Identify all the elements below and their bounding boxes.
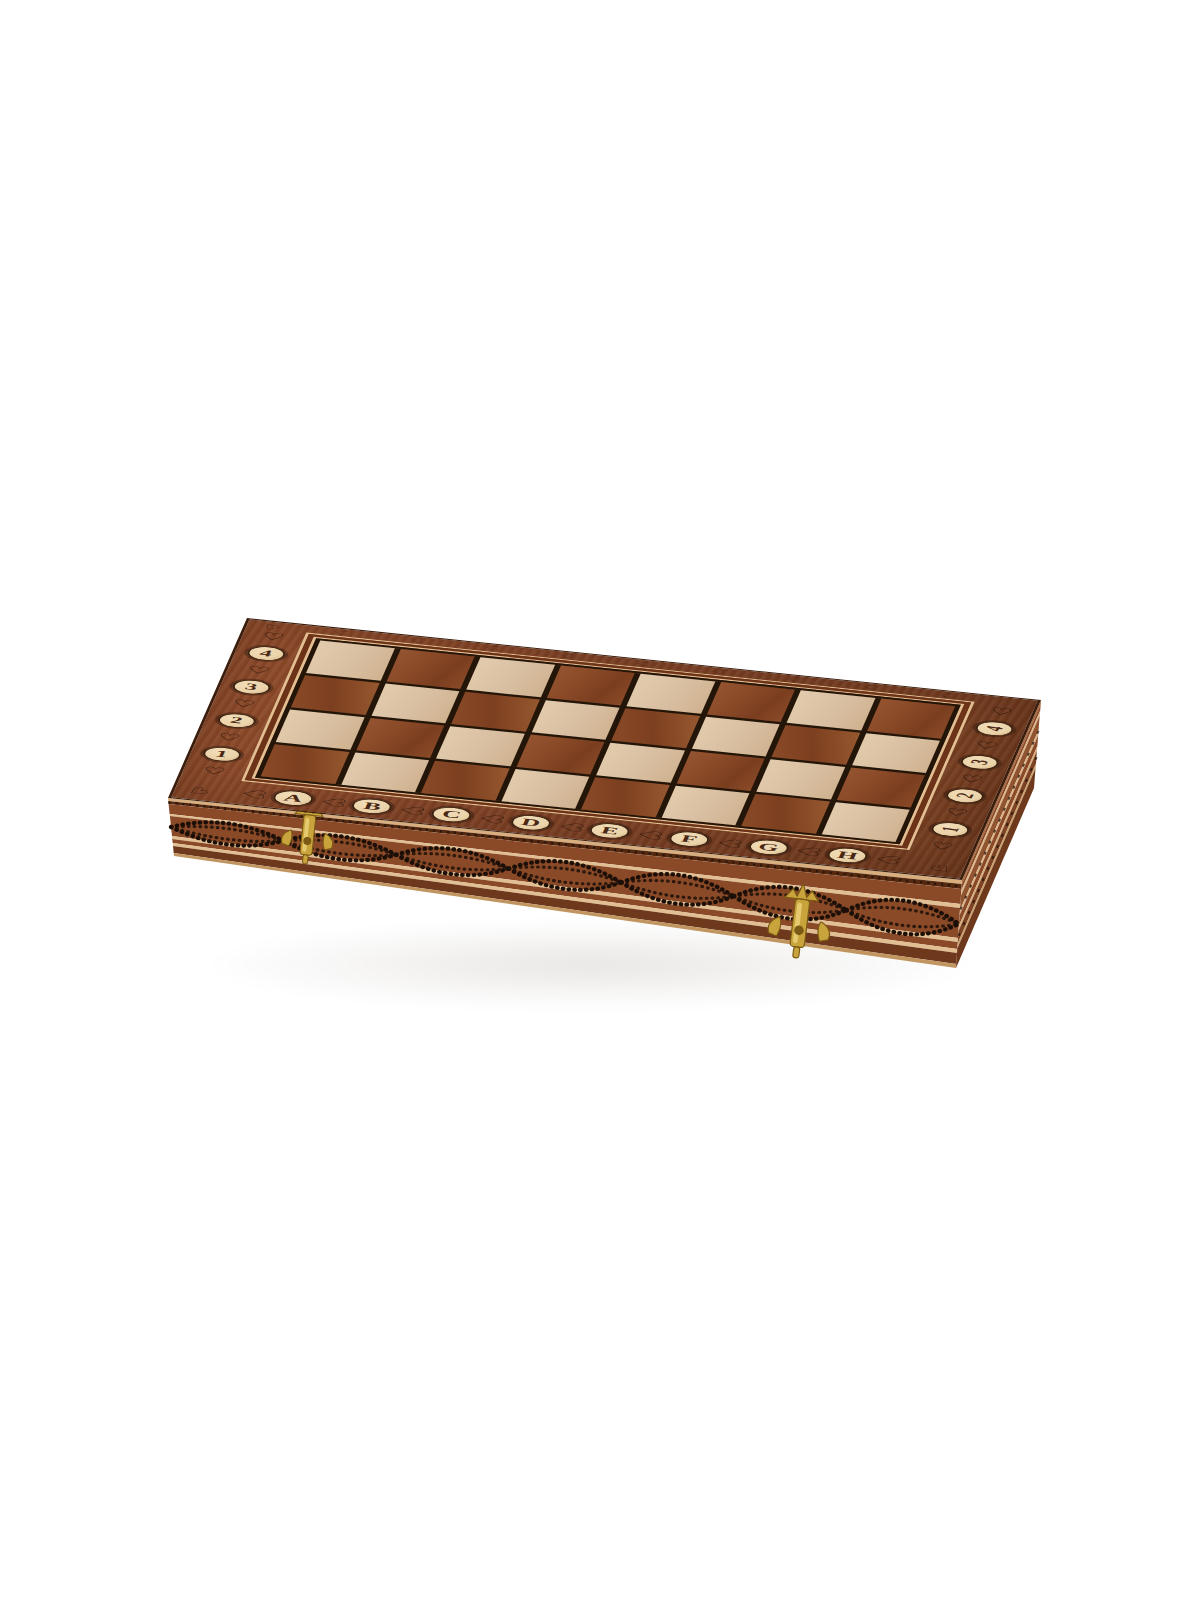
square-g3 [772,725,860,765]
file-label-D-text: D [519,816,542,829]
square-e4 [626,674,714,714]
rank-label-left-3: 3 [229,678,272,696]
rank-label-right-3-text: 3 [965,758,994,766]
file-label-G-text: G [756,841,781,854]
square-f4 [707,682,795,722]
heart-scroll-icon: ♡ [316,796,350,809]
rank-label-right-2: 2 [943,787,986,805]
rank-label-right-1-text: 1 [935,825,964,833]
rank-label-right-3: 3 [958,753,1001,771]
file-label-B-text: B [361,800,383,813]
file-label-A: A [270,789,316,808]
rank-label-right-2-text: 2 [950,792,979,800]
square-h3 [852,733,940,773]
square-d4 [546,665,634,705]
square-g4 [787,690,875,730]
square-a2 [276,710,364,750]
square-b3 [371,683,459,723]
rank-label-left-2: 2 [215,711,258,729]
rank-label-left-1: 1 [200,745,243,763]
heart-scroll-icon: ♡ [260,631,287,643]
rank-label-left-4: 4 [244,644,287,662]
heart-scroll-icon: ♡ [712,837,746,850]
square-d1 [501,769,589,809]
square-f2 [676,751,764,791]
heart-scroll-icon: ♡ [395,804,429,817]
rank-label-right-4-text: 4 [980,725,1009,733]
square-a1 [261,744,349,784]
square-h2 [836,767,924,807]
square-e3 [611,708,699,748]
square-d2 [516,734,604,774]
square-c4 [466,657,554,697]
square-e1 [581,777,669,817]
square-f1 [661,785,749,825]
heart-scroll-icon: ♡ [553,820,587,833]
rank-label-left-2-text: 2 [228,715,244,726]
file-label-H: H [825,846,871,865]
square-f3 [691,716,779,756]
square-e2 [596,743,684,783]
heart-scroll-icon: ♡ [791,845,825,858]
heart-scroll-icon: ♡ [929,840,956,852]
square-c3 [451,692,539,732]
corner-scroll-icon: ♡ [926,862,960,875]
rank-label-left-3-text: 3 [243,681,259,692]
square-c1 [421,761,509,801]
heart-scroll-icon: ♡ [216,731,243,743]
file-label-E: E [587,821,633,840]
square-d3 [531,700,619,740]
heart-scroll-icon: ♡ [237,787,271,800]
rank-label-right-4: 4 [972,720,1015,738]
square-b2 [356,718,444,758]
corner-scroll-icon: ♡ [180,785,215,797]
rank-label-left-4-text: 4 [258,648,274,659]
file-label-F: F [666,830,712,849]
heart-scroll-icon: ♡ [633,828,667,841]
square-a3 [291,675,379,715]
heart-scroll-icon: ♡ [973,739,1000,751]
square-b1 [341,752,429,792]
file-label-A-text: A [281,792,304,805]
heart-scroll-icon: ♡ [245,664,272,676]
file-label-D: D [508,813,554,832]
heart-scroll-icon: ♡ [958,773,985,785]
rank-label-left-1-text: 1 [214,748,230,759]
file-label-F-text: F [679,833,699,846]
file-label-E-text: E [599,824,621,837]
heart-scroll-icon: ♡ [230,698,257,710]
square-h1 [821,802,909,842]
heart-scroll-icon: ♡ [201,765,228,777]
heart-scroll-icon: ♡ [988,706,1015,718]
heart-scroll-icon: ♡ [870,853,904,866]
square-g1 [741,794,829,834]
square-g2 [756,759,844,799]
file-label-C-text: C [440,808,463,821]
file-label-H-text: H [835,849,860,862]
square-h4 [867,699,955,739]
file-label-C: C [429,805,475,824]
square-c2 [436,726,524,766]
square-a4 [306,641,394,681]
file-label-B: B [349,797,395,816]
heart-scroll-icon: ♡ [474,812,508,825]
product-photo-stage: { "game": "chess", "position": "8/8/8/8/… [0,0,1200,1600]
file-label-G: G [746,838,792,857]
rank-label-right-1: 1 [928,820,971,838]
heart-scroll-icon: ♡ [944,806,971,818]
square-b4 [386,649,474,689]
